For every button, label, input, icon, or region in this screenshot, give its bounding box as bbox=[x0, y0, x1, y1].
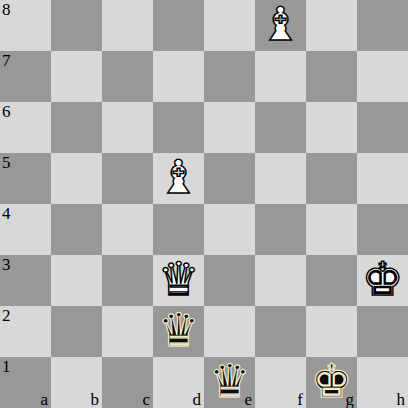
piece-white-king-h3[interactable]: ♚ bbox=[362, 256, 403, 305]
rank-label-4: 4 bbox=[2, 205, 11, 222]
square-d7[interactable] bbox=[153, 51, 204, 102]
square-h8[interactable] bbox=[357, 0, 408, 51]
square-c3[interactable] bbox=[102, 255, 153, 306]
square-d8[interactable] bbox=[153, 0, 204, 51]
square-a6[interactable]: 6 bbox=[0, 102, 51, 153]
rank-label-7: 7 bbox=[2, 52, 11, 69]
square-h7[interactable] bbox=[357, 51, 408, 102]
rank-label-2: 2 bbox=[2, 307, 11, 324]
square-g5[interactable] bbox=[306, 153, 357, 204]
square-g2[interactable] bbox=[306, 306, 357, 357]
square-a5[interactable]: 5 bbox=[0, 153, 51, 204]
square-g6[interactable] bbox=[306, 102, 357, 153]
square-d5[interactable]: ♝ bbox=[153, 153, 204, 204]
file-label-f: f bbox=[297, 391, 303, 408]
piece-white-bishop-d5[interactable]: ♝ bbox=[158, 154, 199, 203]
square-e7[interactable] bbox=[204, 51, 255, 102]
square-h2[interactable] bbox=[357, 306, 408, 357]
square-g8[interactable] bbox=[306, 0, 357, 51]
square-a1[interactable]: 1a bbox=[0, 357, 51, 408]
square-b4[interactable] bbox=[51, 204, 102, 255]
rank-label-1: 1 bbox=[2, 358, 11, 375]
square-e3[interactable] bbox=[204, 255, 255, 306]
square-f6[interactable] bbox=[255, 102, 306, 153]
square-a4[interactable]: 4 bbox=[0, 204, 51, 255]
square-f2[interactable] bbox=[255, 306, 306, 357]
square-g4[interactable] bbox=[306, 204, 357, 255]
square-d1[interactable]: d bbox=[153, 357, 204, 408]
rank-label-3: 3 bbox=[2, 256, 11, 273]
square-d4[interactable] bbox=[153, 204, 204, 255]
file-label-d: d bbox=[193, 391, 202, 408]
square-c1[interactable]: c bbox=[102, 357, 153, 408]
square-e6[interactable] bbox=[204, 102, 255, 153]
square-b3[interactable] bbox=[51, 255, 102, 306]
square-a2[interactable]: 2 bbox=[0, 306, 51, 357]
square-f5[interactable] bbox=[255, 153, 306, 204]
rank-label-5: 5 bbox=[2, 154, 11, 171]
file-label-h: h bbox=[397, 391, 406, 408]
square-a7[interactable]: 7 bbox=[0, 51, 51, 102]
square-c4[interactable] bbox=[102, 204, 153, 255]
square-f4[interactable] bbox=[255, 204, 306, 255]
chess-board: 8♝765♝43♛♚2♛1abcde♛fg♚h bbox=[0, 0, 408, 408]
square-f3[interactable] bbox=[255, 255, 306, 306]
file-label-c: c bbox=[142, 391, 150, 408]
square-f1[interactable]: f bbox=[255, 357, 306, 408]
square-b6[interactable] bbox=[51, 102, 102, 153]
file-label-e: e bbox=[244, 391, 252, 408]
piece-white-bishop-f8[interactable]: ♝ bbox=[260, 1, 301, 50]
square-c6[interactable] bbox=[102, 102, 153, 153]
square-h6[interactable] bbox=[357, 102, 408, 153]
square-e1[interactable]: e♛ bbox=[204, 357, 255, 408]
square-b5[interactable] bbox=[51, 153, 102, 204]
square-e5[interactable] bbox=[204, 153, 255, 204]
square-e2[interactable] bbox=[204, 306, 255, 357]
square-b2[interactable] bbox=[51, 306, 102, 357]
square-d2[interactable]: ♛ bbox=[153, 306, 204, 357]
square-c2[interactable] bbox=[102, 306, 153, 357]
file-label-a: a bbox=[40, 391, 48, 408]
square-h4[interactable] bbox=[357, 204, 408, 255]
piece-black-queen-d2[interactable]: ♛ bbox=[158, 307, 199, 356]
square-b1[interactable]: b bbox=[51, 357, 102, 408]
square-g1[interactable]: g♚ bbox=[306, 357, 357, 408]
file-label-b: b bbox=[91, 391, 100, 408]
square-f8[interactable]: ♝ bbox=[255, 0, 306, 51]
square-e4[interactable] bbox=[204, 204, 255, 255]
square-g7[interactable] bbox=[306, 51, 357, 102]
square-g3[interactable] bbox=[306, 255, 357, 306]
square-f7[interactable] bbox=[255, 51, 306, 102]
rank-label-6: 6 bbox=[2, 103, 11, 120]
square-d6[interactable] bbox=[153, 102, 204, 153]
piece-white-queen-d3[interactable]: ♛ bbox=[158, 256, 199, 305]
square-b8[interactable] bbox=[51, 0, 102, 51]
square-h3[interactable]: ♚ bbox=[357, 255, 408, 306]
square-b7[interactable] bbox=[51, 51, 102, 102]
file-label-g: g bbox=[346, 391, 355, 408]
square-a8[interactable]: 8 bbox=[0, 0, 51, 51]
square-h1[interactable]: h bbox=[357, 357, 408, 408]
square-a3[interactable]: 3 bbox=[0, 255, 51, 306]
square-c7[interactable] bbox=[102, 51, 153, 102]
square-c5[interactable] bbox=[102, 153, 153, 204]
square-d3[interactable]: ♛ bbox=[153, 255, 204, 306]
rank-label-8: 8 bbox=[2, 1, 11, 18]
square-h5[interactable] bbox=[357, 153, 408, 204]
square-e8[interactable] bbox=[204, 0, 255, 51]
square-c8[interactable] bbox=[102, 0, 153, 51]
